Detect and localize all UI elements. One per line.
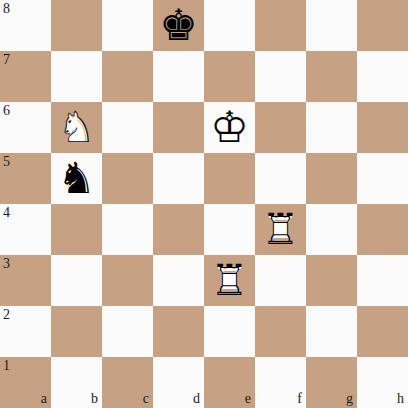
square-b5[interactable]: ♞ xyxy=(51,153,102,204)
white-rook[interactable]: ♜♖ xyxy=(255,204,306,255)
square-g7[interactable] xyxy=(306,51,357,102)
black-king-glyph: ♚ xyxy=(153,0,204,51)
square-e5[interactable] xyxy=(204,153,255,204)
square-f7[interactable] xyxy=(255,51,306,102)
square-e2[interactable] xyxy=(204,306,255,357)
square-c6[interactable] xyxy=(102,102,153,153)
white-rook-glyph: ♖ xyxy=(255,204,306,255)
square-g2[interactable] xyxy=(306,306,357,357)
square-e8[interactable] xyxy=(204,0,255,51)
square-c1[interactable] xyxy=(102,357,153,408)
square-c7[interactable] xyxy=(102,51,153,102)
chess-diagram: ♚♞♘♚♔♞♜♖♜♖ 87654321abcdefgh xyxy=(0,0,408,408)
square-g6[interactable] xyxy=(306,102,357,153)
square-c3[interactable] xyxy=(102,255,153,306)
white-knight[interactable]: ♞♘ xyxy=(51,102,102,153)
square-f2[interactable] xyxy=(255,306,306,357)
square-d2[interactable] xyxy=(153,306,204,357)
square-f6[interactable] xyxy=(255,102,306,153)
square-g8[interactable] xyxy=(306,0,357,51)
square-h7[interactable] xyxy=(357,51,408,102)
square-h2[interactable] xyxy=(357,306,408,357)
square-d1[interactable] xyxy=(153,357,204,408)
square-g1[interactable] xyxy=(306,357,357,408)
white-king-glyph: ♔ xyxy=(204,102,255,153)
square-a7[interactable] xyxy=(0,51,51,102)
square-b1[interactable] xyxy=(51,357,102,408)
square-a6[interactable] xyxy=(0,102,51,153)
square-a4[interactable] xyxy=(0,204,51,255)
square-c8[interactable] xyxy=(102,0,153,51)
square-d4[interactable] xyxy=(153,204,204,255)
square-h8[interactable] xyxy=(357,0,408,51)
chess-board: ♚♞♘♚♔♞♜♖♜♖ xyxy=(0,0,408,408)
white-king[interactable]: ♚♔ xyxy=(204,102,255,153)
square-f1[interactable] xyxy=(255,357,306,408)
black-knight-glyph: ♞ xyxy=(51,153,102,204)
square-f3[interactable] xyxy=(255,255,306,306)
square-a8[interactable] xyxy=(0,0,51,51)
square-b8[interactable] xyxy=(51,0,102,51)
square-b7[interactable] xyxy=(51,51,102,102)
square-b4[interactable] xyxy=(51,204,102,255)
square-f4[interactable]: ♜♖ xyxy=(255,204,306,255)
square-f5[interactable] xyxy=(255,153,306,204)
square-b6[interactable]: ♞♘ xyxy=(51,102,102,153)
white-rook[interactable]: ♜♖ xyxy=(204,255,255,306)
square-d5[interactable] xyxy=(153,153,204,204)
square-d7[interactable] xyxy=(153,51,204,102)
square-a2[interactable] xyxy=(0,306,51,357)
square-f8[interactable] xyxy=(255,0,306,51)
square-h3[interactable] xyxy=(357,255,408,306)
square-e7[interactable] xyxy=(204,51,255,102)
square-a1[interactable] xyxy=(0,357,51,408)
square-a5[interactable] xyxy=(0,153,51,204)
square-g4[interactable] xyxy=(306,204,357,255)
black-knight[interactable]: ♞ xyxy=(51,153,102,204)
square-h1[interactable] xyxy=(357,357,408,408)
square-e1[interactable] xyxy=(204,357,255,408)
square-g3[interactable] xyxy=(306,255,357,306)
black-king[interactable]: ♚ xyxy=(153,0,204,51)
square-h5[interactable] xyxy=(357,153,408,204)
square-h4[interactable] xyxy=(357,204,408,255)
white-rook-glyph: ♖ xyxy=(204,255,255,306)
square-c4[interactable] xyxy=(102,204,153,255)
square-b3[interactable] xyxy=(51,255,102,306)
square-e3[interactable]: ♜♖ xyxy=(204,255,255,306)
square-c2[interactable] xyxy=(102,306,153,357)
white-knight-glyph: ♘ xyxy=(51,102,102,153)
square-h6[interactable] xyxy=(357,102,408,153)
square-a3[interactable] xyxy=(0,255,51,306)
square-d8[interactable]: ♚ xyxy=(153,0,204,51)
square-g5[interactable] xyxy=(306,153,357,204)
square-c5[interactable] xyxy=(102,153,153,204)
square-b2[interactable] xyxy=(51,306,102,357)
square-e4[interactable] xyxy=(204,204,255,255)
square-e6[interactable]: ♚♔ xyxy=(204,102,255,153)
square-d6[interactable] xyxy=(153,102,204,153)
square-d3[interactable] xyxy=(153,255,204,306)
